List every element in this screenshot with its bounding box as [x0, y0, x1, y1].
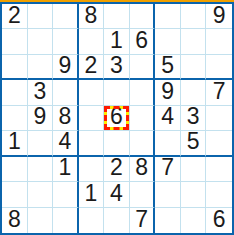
cell-r9c6[interactable]: 7: [130, 208, 156, 233]
digit: 7: [135, 208, 148, 231]
digit: 9: [33, 105, 46, 128]
cell-r9c9[interactable]: 6: [206, 208, 232, 233]
cell-r8c7[interactable]: [155, 182, 181, 207]
cell-r8c1[interactable]: [2, 182, 28, 207]
digit: 3: [187, 105, 200, 128]
cell-r7c4[interactable]: [79, 157, 105, 182]
digit: 4: [58, 130, 71, 153]
cell-r8c8[interactable]: [181, 182, 207, 207]
cell-r7c5[interactable]: 2: [104, 157, 130, 182]
digit: 7: [213, 80, 226, 103]
digit: 2: [110, 156, 123, 179]
cell-r4c1[interactable]: [2, 80, 28, 105]
cell-r9c2[interactable]: [28, 208, 54, 233]
cell-r2c9[interactable]: [206, 29, 232, 54]
cell-r2c5[interactable]: 1: [104, 29, 130, 54]
cell-r9c4[interactable]: [79, 208, 105, 233]
cell-r1c1[interactable]: 2: [2, 4, 28, 29]
cell-r4c6[interactable]: [130, 80, 156, 105]
cell-r5c6[interactable]: [130, 106, 156, 131]
cell-r9c3[interactable]: [53, 208, 79, 233]
digit: 5: [161, 54, 174, 77]
digit: 6: [110, 105, 123, 128]
digit: 2: [85, 54, 98, 77]
cell-r6c7[interactable]: [155, 131, 181, 156]
digit: 8: [8, 208, 21, 231]
digit: 8: [58, 105, 71, 128]
cell-r1c4[interactable]: 8: [79, 4, 105, 29]
cell-r6c5[interactable]: [104, 131, 130, 156]
cell-r8c9[interactable]: [206, 182, 232, 207]
cell-r2c3[interactable]: [53, 29, 79, 54]
cell-r4c3[interactable]: [53, 80, 79, 105]
cell-r1c2[interactable]: [28, 4, 54, 29]
cell-r4c8[interactable]: [181, 80, 207, 105]
cell-r4c5[interactable]: [104, 80, 130, 105]
digit: 1: [58, 156, 71, 179]
cell-r6c2[interactable]: [28, 131, 54, 156]
digit: 4: [110, 182, 123, 205]
cell-r5c8[interactable]: 3: [181, 106, 207, 131]
cell-r9c8[interactable]: [181, 208, 207, 233]
cell-r8c6[interactable]: [130, 182, 156, 207]
cell-r2c6[interactable]: 6: [130, 29, 156, 54]
cell-r3c5[interactable]: 3: [104, 55, 130, 80]
cell-r1c5[interactable]: [104, 4, 130, 29]
cell-r6c3[interactable]: 4: [53, 131, 79, 156]
digit: 3: [33, 80, 46, 103]
digit: 7: [161, 156, 174, 179]
digit: 2: [8, 4, 21, 27]
cell-r9c1[interactable]: 8: [2, 208, 28, 233]
digit: 3: [110, 54, 123, 77]
cell-r3c1[interactable]: [2, 55, 28, 80]
cell-r4c9[interactable]: 7: [206, 80, 232, 105]
cell-r1c3[interactable]: [53, 4, 79, 29]
digit: 1: [85, 182, 98, 205]
digit: 6: [213, 208, 226, 231]
cell-r2c4[interactable]: [79, 29, 105, 54]
cell-r2c2[interactable]: [28, 29, 54, 54]
cell-r5c7[interactable]: 4: [155, 106, 181, 131]
cell-r4c2[interactable]: 3: [28, 80, 54, 105]
cell-r3c9[interactable]: [206, 55, 232, 80]
cell-r2c7[interactable]: [155, 29, 181, 54]
cell-r5c9[interactable]: [206, 106, 232, 131]
sudoku-app: 28916923539798643145128714876: [0, 0, 234, 235]
cell-r2c1[interactable]: [2, 29, 28, 54]
cell-r5c3[interactable]: 8: [53, 106, 79, 131]
cell-r1c8[interactable]: [181, 4, 207, 29]
selected-cell-r5c5[interactable]: 6: [104, 106, 130, 131]
cell-r6c4[interactable]: [79, 131, 105, 156]
cell-r1c6[interactable]: [130, 4, 156, 29]
digit: 9: [58, 54, 71, 77]
cell-r6c9[interactable]: [206, 131, 232, 156]
cell-r7c1[interactable]: [2, 157, 28, 182]
digit: 6: [135, 29, 148, 52]
cell-r8c5[interactable]: 4: [104, 182, 130, 207]
digit: 5: [187, 130, 200, 153]
cell-r3c3[interactable]: 9: [53, 55, 79, 80]
digit: 1: [8, 130, 21, 153]
digit: 9: [161, 80, 174, 103]
digit: 8: [135, 156, 148, 179]
cell-r7c2[interactable]: [28, 157, 54, 182]
cell-r4c7[interactable]: 9: [155, 80, 181, 105]
cell-r3c6[interactable]: [130, 55, 156, 80]
cell-r3c7[interactable]: 5: [155, 55, 181, 80]
cell-r1c9[interactable]: 9: [206, 4, 232, 29]
cell-r7c3[interactable]: 1: [53, 157, 79, 182]
digit: 9: [213, 4, 226, 27]
cell-r8c3[interactable]: [53, 182, 79, 207]
cell-r6c1[interactable]: 1: [2, 131, 28, 156]
cell-r8c2[interactable]: [28, 182, 54, 207]
digit: 8: [85, 4, 98, 27]
cell-r7c7[interactable]: 7: [155, 157, 181, 182]
cell-r2c8[interactable]: [181, 29, 207, 54]
cell-r7c6[interactable]: 8: [130, 157, 156, 182]
cell-r5c4[interactable]: [79, 106, 105, 131]
cell-r8c4[interactable]: 1: [79, 182, 105, 207]
cell-r7c9[interactable]: [206, 157, 232, 182]
cell-r6c8[interactable]: 5: [181, 131, 207, 156]
cell-r7c8[interactable]: [181, 157, 207, 182]
cell-r3c4[interactable]: 2: [79, 55, 105, 80]
cell-r5c2[interactable]: 9: [28, 106, 54, 131]
cell-r6c6[interactable]: [130, 131, 156, 156]
sudoku-board: 28916923539798643145128714876: [0, 2, 234, 235]
cell-r1c7[interactable]: [155, 4, 181, 29]
cell-r3c8[interactable]: [181, 55, 207, 80]
digit: 4: [161, 105, 174, 128]
cell-r9c7[interactable]: [155, 208, 181, 233]
cell-r3c2[interactable]: [28, 55, 54, 80]
digit: 1: [110, 29, 123, 52]
cell-r4c4[interactable]: [79, 80, 105, 105]
cell-r5c1[interactable]: [2, 106, 28, 131]
cell-r9c5[interactable]: [104, 208, 130, 233]
